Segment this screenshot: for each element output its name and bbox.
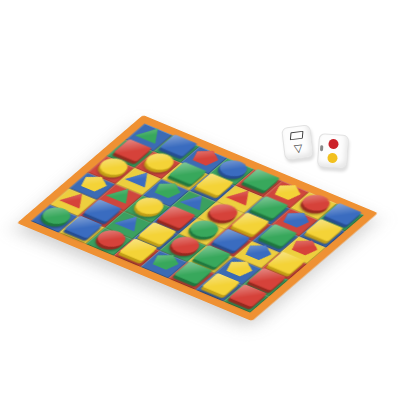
die-triangle-outline-icon: ▽ [293, 143, 303, 154]
shape-die[interactable]: ▽ [281, 124, 314, 160]
die-side-dot-icon [320, 145, 323, 151]
board-grid [31, 124, 364, 313]
board-inner [31, 124, 364, 313]
die-yellow-dot-icon [327, 153, 338, 164]
die-red-dot-icon [328, 139, 339, 150]
die-square-outline-icon [290, 131, 304, 140]
product-photo-canvas: ▽ [0, 0, 400, 400]
color-die[interactable] [317, 133, 349, 169]
